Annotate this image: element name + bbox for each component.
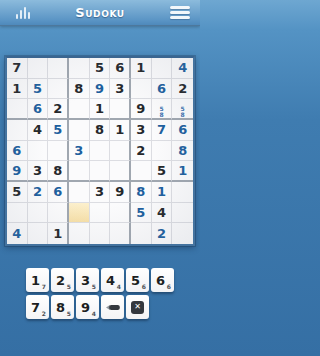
pad-digit-count: 4 [92,310,96,317]
cell-r4c4[interactable] [69,120,90,141]
cell-r2c8[interactable]: 6 [152,79,173,100]
header: Sudoku [0,0,200,26]
cell-r8c5[interactable] [90,203,111,224]
cell-r9c3[interactable]: 1 [48,223,69,244]
cell-r2c4[interactable]: 8 [69,79,90,100]
cell-r1c3[interactable] [48,58,69,79]
cell-r3c9[interactable]: 58 [172,99,193,120]
cell-r7c3[interactable]: 6 [48,182,69,203]
cell-r3c6[interactable] [110,99,131,120]
pad-digit-count: 7 [42,283,46,290]
cell-r8c9[interactable] [172,203,193,224]
cell-r5c7[interactable]: 2 [131,141,152,162]
cell-r7c9[interactable] [172,182,193,203]
cell-r6c3[interactable]: 8 [48,161,69,182]
numpad-5-button[interactable]: 56 [126,268,149,292]
cell-r9c6[interactable] [110,223,131,244]
cell-r7c8[interactable]: 1 [152,182,173,203]
pad-digit-count: 5 [67,283,71,290]
cell-r5c5[interactable] [90,141,111,162]
cell-r6c4[interactable] [69,161,90,182]
statistics-icon[interactable] [14,4,32,21]
cell-r8c6[interactable] [110,203,131,224]
cell-r4c9[interactable]: 6 [172,120,193,141]
cell-r5c9[interactable]: 8 [172,141,193,162]
cell-r1c8[interactable] [152,58,173,79]
cell-r6c7[interactable] [131,161,152,182]
cell-r9c8[interactable]: 2 [152,223,173,244]
cell-r5c2[interactable] [28,141,49,162]
cell-r6c6[interactable] [110,161,131,182]
pad-digit: 6 [156,273,165,288]
numpad-9-button[interactable]: 94 [76,295,99,319]
cell-r1c2[interactable] [28,58,49,79]
cell-r4c5[interactable]: 8 [90,120,111,141]
delete-button[interactable]: ✕ [126,295,149,319]
cell-r4c1[interactable] [7,120,28,141]
cell-r7c1[interactable]: 5 [7,182,28,203]
numpad-2-button[interactable]: 25 [51,268,74,292]
cell-r5c1[interactable]: 6 [7,141,28,162]
cell-r6c8[interactable]: 5 [152,161,173,182]
pencil-mark: 8 [158,112,165,118]
pencil-button[interactable] [101,295,124,319]
number-pad: 172535445666 728594 ✕ [26,268,174,319]
cell-r9c2[interactable] [28,223,49,244]
pad-digit: 3 [81,273,90,288]
cell-r8c3[interactable] [48,203,69,224]
cell-r6c1[interactable]: 9 [7,161,28,182]
cell-r7c5[interactable]: 3 [90,182,111,203]
cell-r2c6[interactable]: 3 [110,79,131,100]
pencil-mark: 8 [179,112,186,118]
pad-digit-count: 2 [42,310,46,317]
cell-r6c5[interactable] [90,161,111,182]
delete-icon: ✕ [131,301,144,314]
cell-r7c7[interactable]: 8 [131,182,152,203]
cell-r3c5[interactable]: 1 [90,99,111,120]
pad-digit: 8 [56,300,65,315]
pad-digit: 1 [31,273,40,288]
cell-r9c4[interactable] [69,223,90,244]
cell-r3c3[interactable]: 2 [48,99,69,120]
cell-r2c9[interactable]: 2 [172,79,193,100]
numpad-3-button[interactable]: 35 [76,268,99,292]
cell-r1c1[interactable]: 7 [7,58,28,79]
cell-r8c7[interactable]: 5 [131,203,152,224]
cell-r7c4[interactable] [69,182,90,203]
cell-r5c6[interactable] [110,141,131,162]
cell-r3c2[interactable]: 6 [28,99,49,120]
pad-digit-count: 5 [67,310,71,317]
cell-r4c6[interactable]: 1 [110,120,131,141]
pad-digit: 9 [81,300,90,315]
pad-digit-count: 4 [117,283,121,290]
pad-digit: 2 [56,273,65,288]
cell-r8c1[interactable] [7,203,28,224]
cell-r1c7[interactable]: 1 [131,58,152,79]
cell-r3c4[interactable] [69,99,90,120]
sudoku-app: Sudoku 756141589362621958584581376632893… [0,0,200,319]
pad-digit-count: 6 [167,283,171,290]
cell-r9c7[interactable] [131,223,152,244]
cell-r1c4[interactable] [69,58,90,79]
cell-r4c2[interactable]: 4 [28,120,49,141]
cell-r9c1[interactable]: 4 [7,223,28,244]
cell-r3c1[interactable] [7,99,28,120]
cell-r2c2[interactable]: 5 [28,79,49,100]
cell-r2c5[interactable]: 9 [90,79,111,100]
cell-r4c3[interactable]: 5 [48,120,69,141]
cell-r7c2[interactable]: 2 [28,182,49,203]
cell-r2c3[interactable] [48,79,69,100]
numpad-6-button[interactable]: 66 [151,268,174,292]
cell-r4c7[interactable]: 3 [131,120,152,141]
cell-r8c2[interactable] [28,203,49,224]
cell-r1c5[interactable]: 5 [90,58,111,79]
cell-r5c3[interactable] [48,141,69,162]
numpad-7-button[interactable]: 72 [26,295,49,319]
cell-r8c4[interactable] [69,203,90,224]
app-title: Sudoku [75,5,125,20]
cell-r5c4[interactable]: 3 [69,141,90,162]
numpad-4-button[interactable]: 44 [101,268,124,292]
cell-r5c8[interactable] [152,141,173,162]
pad-digit: 4 [106,273,115,288]
pad-digit-count: 5 [92,283,96,290]
sudoku-board: 7561415893626219585845813766328938515263… [5,56,195,246]
cell-r1c9[interactable]: 4 [172,58,193,79]
pad-digit-count: 6 [142,283,146,290]
numpad-8-button[interactable]: 85 [51,295,74,319]
cell-r3c7[interactable]: 9 [131,99,152,120]
cell-r4c8[interactable]: 7 [152,120,173,141]
cell-r9c5[interactable] [90,223,111,244]
cell-r2c1[interactable]: 1 [7,79,28,100]
pad-digit: 5 [131,273,140,288]
cell-r2c7[interactable] [131,79,152,100]
pad-digit: 7 [31,300,40,315]
cell-r1c6[interactable]: 6 [110,58,131,79]
cell-r8c8[interactable]: 4 [152,203,173,224]
x-glyph: ✕ [134,303,141,311]
cell-r9c9[interactable] [172,223,193,244]
cell-r6c2[interactable]: 3 [28,161,49,182]
numpad-row-1: 172535445666 [26,268,174,292]
cell-r3c8[interactable]: 58 [152,99,173,120]
numpad-1-button[interactable]: 17 [26,268,49,292]
pencil-icon [104,300,121,315]
cell-r7c6[interactable]: 9 [110,182,131,203]
hamburger-menu-icon[interactable] [168,3,192,22]
cell-r6c9[interactable]: 1 [172,161,193,182]
numpad-row-2: 728594 ✕ [26,295,174,319]
